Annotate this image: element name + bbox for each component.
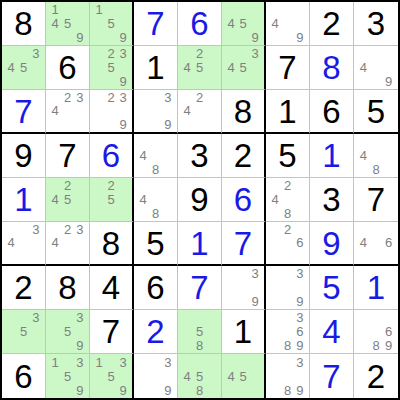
candidates: 1359 xyxy=(46,354,89,398)
candidates: 39 xyxy=(222,266,264,309)
cell-r4c6[interactable]: 2 xyxy=(222,134,266,178)
candidate-9 xyxy=(206,383,218,397)
candidate-9 xyxy=(382,250,395,263)
candidate-5: 5 xyxy=(237,369,249,383)
candidate-5: 5 xyxy=(193,61,205,75)
candidate-4 xyxy=(269,236,281,249)
candidate-4: 4 xyxy=(181,104,193,117)
candidate-9: 9 xyxy=(249,294,261,308)
candidate-5: 5 xyxy=(17,61,29,75)
cell-r5c8[interactable]: 3 xyxy=(310,178,354,222)
candidate-5 xyxy=(370,325,383,339)
cell-r3c2[interactable]: 234 xyxy=(46,90,90,134)
cell-r6c5[interactable]: 1 xyxy=(178,222,222,266)
candidate-7 xyxy=(5,250,17,263)
candidate-1 xyxy=(93,179,105,193)
candidate-4 xyxy=(269,281,281,295)
candidate-9: 9 xyxy=(294,383,306,397)
candidate-8 xyxy=(193,118,205,131)
candidate-5 xyxy=(281,17,293,31)
candidate-9: 9 xyxy=(294,294,306,308)
candidate-1 xyxy=(5,311,17,325)
candidate-4 xyxy=(137,369,149,383)
candidate-8 xyxy=(237,383,249,397)
candidate-2: 2 xyxy=(281,179,293,193)
given-digit: 7 xyxy=(58,139,76,172)
candidate-9: 9 xyxy=(74,30,86,44)
candidate-6 xyxy=(74,236,86,249)
solved-digit: 7 xyxy=(322,360,340,393)
candidate-1 xyxy=(49,179,61,193)
candidate-9: 9 xyxy=(162,383,174,397)
cell-r8c9[interactable]: 689 xyxy=(354,310,398,354)
candidate-1 xyxy=(269,267,281,281)
solved-digit: 7 xyxy=(234,227,252,260)
candidate-8 xyxy=(17,250,29,263)
candidate-3: 3 xyxy=(74,91,86,104)
candidate-3 xyxy=(294,223,306,236)
candidate-4 xyxy=(181,325,193,339)
candidate-2: 2 xyxy=(193,91,205,104)
candidate-1: 1 xyxy=(93,3,105,17)
candidate-7 xyxy=(137,206,149,220)
candidate-4: 4 xyxy=(225,17,237,31)
cell-r4c8[interactable]: 1 xyxy=(310,134,354,178)
candidate-7 xyxy=(269,30,281,44)
cell-r8c5[interactable]: 58 xyxy=(178,310,222,354)
candidate-5: 5 xyxy=(61,193,73,207)
candidates: 458 xyxy=(178,354,221,398)
cell-r6c6[interactable]: 7 xyxy=(222,222,266,266)
cell-r1c1[interactable]: 8 xyxy=(2,2,46,46)
cell-r2c8[interactable]: 8 xyxy=(310,46,354,90)
candidate-9 xyxy=(382,162,395,176)
given-digit: 3 xyxy=(190,139,208,172)
candidate-7 xyxy=(93,383,105,397)
candidate-7 xyxy=(225,294,237,308)
solved-digit: 1 xyxy=(14,183,32,216)
candidates: 45 xyxy=(222,354,264,398)
candidate-8 xyxy=(149,118,161,131)
cell-r2c2[interactable]: 6 xyxy=(46,46,90,90)
candidate-9: 9 xyxy=(294,338,306,352)
candidate-6 xyxy=(30,236,42,249)
candidate-8 xyxy=(17,338,29,352)
candidate-8 xyxy=(281,250,293,263)
candidate-4 xyxy=(93,104,105,117)
candidate-4: 4 xyxy=(137,193,149,207)
candidate-3 xyxy=(382,223,395,236)
given-digit: 5 xyxy=(367,95,385,128)
candidate-6 xyxy=(206,369,218,383)
candidate-3: 3 xyxy=(30,311,42,325)
candidate-9: 9 xyxy=(382,74,395,88)
candidate-5 xyxy=(61,236,73,249)
candidate-1: 1 xyxy=(93,355,105,369)
candidate-3 xyxy=(74,179,86,193)
cell-r1c8[interactable]: 2 xyxy=(310,2,354,46)
candidates: 2359 xyxy=(90,46,132,89)
candidate-7 xyxy=(93,118,105,131)
candidate-6 xyxy=(117,104,129,117)
cell-r8c3[interactable]: 7 xyxy=(90,310,134,354)
cell-r9c1[interactable]: 6 xyxy=(2,354,46,398)
candidate-9: 9 xyxy=(249,30,261,44)
candidate-3 xyxy=(206,47,218,61)
candidate-4 xyxy=(5,325,17,339)
cell-r7c6[interactable]: 39 xyxy=(222,266,266,310)
candidate-2: 2 xyxy=(61,179,73,193)
candidate-4: 4 xyxy=(357,61,370,75)
candidate-4 xyxy=(93,193,105,207)
candidate-7 xyxy=(269,294,281,308)
cell-r8c8[interactable]: 4 xyxy=(310,310,354,354)
candidate-3 xyxy=(162,135,174,149)
candidate-9: 9 xyxy=(117,74,129,88)
cell-r5c4[interactable]: 48 xyxy=(134,178,178,222)
cell-r4c7[interactable]: 5 xyxy=(266,134,310,178)
cell-r4c5[interactable]: 3 xyxy=(178,134,222,178)
candidates: 1359 xyxy=(90,354,132,398)
candidate-2: 2 xyxy=(61,223,73,236)
cell-r7c7[interactable]: 39 xyxy=(266,266,310,310)
solved-digit: 7 xyxy=(146,7,164,40)
given-digit: 6 xyxy=(322,95,340,128)
candidate-7 xyxy=(225,383,237,397)
cell-r9c9[interactable]: 2 xyxy=(354,354,398,398)
candidate-8 xyxy=(105,30,117,44)
candidate-5 xyxy=(281,369,293,383)
cell-r2c7[interactable]: 7 xyxy=(266,46,310,90)
candidate-7 xyxy=(181,74,193,88)
cell-r1c4[interactable]: 7 xyxy=(134,2,178,46)
candidate-1 xyxy=(181,355,193,369)
cell-r7c5[interactable]: 7 xyxy=(178,266,222,310)
candidate-5 xyxy=(370,61,383,75)
cell-r4c1[interactable]: 9 xyxy=(2,134,46,178)
cell-r7c9[interactable]: 1 xyxy=(354,266,398,310)
cell-r6c2[interactable]: 234 xyxy=(46,222,90,266)
candidate-3: 3 xyxy=(74,223,86,236)
candidate-6: 6 xyxy=(382,236,395,249)
candidate-8 xyxy=(105,74,117,88)
candidates: 234 xyxy=(46,90,89,132)
candidate-1 xyxy=(225,355,237,369)
cell-r5c1[interactable]: 1 xyxy=(2,178,46,222)
cell-r5c9[interactable]: 7 xyxy=(354,178,398,222)
candidate-6 xyxy=(162,149,174,163)
solved-digit: 7 xyxy=(190,271,208,304)
cell-r4c4[interactable]: 48 xyxy=(134,134,178,178)
candidate-8: 8 xyxy=(193,383,205,397)
candidate-2: 2 xyxy=(281,223,293,236)
candidate-6 xyxy=(206,104,218,117)
candidate-7 xyxy=(49,118,61,131)
cell-r8c2[interactable]: 359 xyxy=(46,310,90,354)
candidate-5 xyxy=(370,149,383,163)
candidate-9 xyxy=(206,118,218,131)
candidate-7 xyxy=(181,118,193,131)
candidate-4: 4 xyxy=(357,236,370,249)
given-digit: 1 xyxy=(146,51,164,84)
solved-digit: 2 xyxy=(146,315,164,348)
cell-r3c5[interactable]: 24 xyxy=(178,90,222,134)
candidate-7 xyxy=(225,74,237,88)
cell-r6c4[interactable]: 5 xyxy=(134,222,178,266)
candidate-1 xyxy=(5,223,17,236)
candidate-7 xyxy=(137,383,149,397)
candidate-3 xyxy=(382,135,395,149)
cell-r7c1[interactable]: 2 xyxy=(2,266,46,310)
candidate-6 xyxy=(249,61,261,75)
candidate-5: 5 xyxy=(105,369,117,383)
cell-r8c7[interactable]: 3689 xyxy=(266,310,310,354)
candidate-5: 5 xyxy=(105,193,117,207)
candidate-4: 4 xyxy=(5,236,17,249)
candidate-9 xyxy=(30,74,42,88)
cell-r6c1[interactable]: 34 xyxy=(2,222,46,266)
solved-digit: 6 xyxy=(102,139,120,172)
cell-r9c4[interactable]: 39 xyxy=(134,354,178,398)
candidate-6 xyxy=(117,369,129,383)
candidate-2 xyxy=(105,3,117,17)
candidate-5 xyxy=(193,104,205,117)
candidate-7 xyxy=(5,74,17,88)
candidates: 46 xyxy=(354,222,398,264)
candidate-8 xyxy=(61,30,73,44)
candidate-2: 2 xyxy=(61,91,73,104)
candidate-3 xyxy=(162,179,174,193)
cell-r7c8[interactable]: 5 xyxy=(310,266,354,310)
candidate-9 xyxy=(30,338,42,352)
candidates: 48 xyxy=(134,178,177,221)
candidate-3: 3 xyxy=(294,267,306,281)
candidate-4 xyxy=(93,17,105,31)
cell-r1c5[interactable]: 6 xyxy=(178,2,222,46)
candidate-5 xyxy=(149,149,161,163)
candidates: 239 xyxy=(90,90,132,132)
cell-r3c9[interactable]: 5 xyxy=(354,90,398,134)
cell-r4c2[interactable]: 7 xyxy=(46,134,90,178)
cell-r8c6[interactable]: 1 xyxy=(222,310,266,354)
candidate-2 xyxy=(105,355,117,369)
candidate-2 xyxy=(193,355,205,369)
cell-r1c7[interactable]: 49 xyxy=(266,2,310,46)
candidate-8: 8 xyxy=(370,338,383,352)
candidate-4 xyxy=(269,325,281,339)
cell-r8c1[interactable]: 35 xyxy=(2,310,46,354)
candidate-5: 5 xyxy=(61,325,73,339)
cell-r5c7[interactable]: 248 xyxy=(266,178,310,222)
cell-r9c3[interactable]: 1359 xyxy=(90,354,134,398)
candidate-9: 9 xyxy=(74,383,86,397)
cell-r1c2[interactable]: 1459 xyxy=(46,2,90,46)
candidate-6 xyxy=(117,193,129,207)
candidates: 245 xyxy=(46,178,89,221)
candidate-3 xyxy=(206,311,218,325)
cell-r1c3[interactable]: 159 xyxy=(90,2,134,46)
candidate-7 xyxy=(137,162,149,176)
given-digit: 2 xyxy=(322,7,340,40)
given-digit: 6 xyxy=(14,360,32,393)
given-digit: 3 xyxy=(367,7,385,40)
cell-r2c3[interactable]: 2359 xyxy=(90,46,134,90)
candidate-2 xyxy=(281,267,293,281)
candidate-4: 4 xyxy=(225,61,237,75)
cell-r5c2[interactable]: 245 xyxy=(46,178,90,222)
candidate-1 xyxy=(181,91,193,104)
cell-r9c8[interactable]: 7 xyxy=(310,354,354,398)
candidate-4: 4 xyxy=(357,149,370,163)
cell-r3c1[interactable]: 7 xyxy=(2,90,46,134)
cell-r6c3[interactable]: 8 xyxy=(90,222,134,266)
candidates: 34 xyxy=(2,222,45,264)
cell-r9c2[interactable]: 1359 xyxy=(46,354,90,398)
candidate-2 xyxy=(370,135,383,149)
candidate-7 xyxy=(5,338,17,352)
cell-r2c5[interactable]: 245 xyxy=(178,46,222,90)
cell-r2c6[interactable]: 345 xyxy=(222,46,266,90)
candidate-1 xyxy=(269,179,281,193)
cell-r4c3[interactable]: 6 xyxy=(90,134,134,178)
cell-r2c9[interactable]: 49 xyxy=(354,46,398,90)
cell-r6c9[interactable]: 46 xyxy=(354,222,398,266)
candidate-3: 3 xyxy=(249,267,261,281)
candidate-9 xyxy=(249,74,261,88)
candidates: 389 xyxy=(266,354,309,398)
candidate-6 xyxy=(294,369,306,383)
solved-digit: 1 xyxy=(190,227,208,260)
cell-r7c3[interactable]: 4 xyxy=(90,266,134,310)
candidate-7 xyxy=(137,118,149,131)
candidate-7 xyxy=(269,250,281,263)
candidate-9 xyxy=(74,206,86,220)
candidate-5 xyxy=(281,236,293,249)
candidate-8: 8 xyxy=(149,206,161,220)
given-digit: 1 xyxy=(234,315,252,348)
candidate-3 xyxy=(206,355,218,369)
candidate-6 xyxy=(294,193,306,207)
candidate-8 xyxy=(105,118,117,131)
candidate-3: 3 xyxy=(294,355,306,369)
cell-r5c6[interactable]: 6 xyxy=(222,178,266,222)
candidate-5 xyxy=(281,325,293,339)
cell-r9c6[interactable]: 45 xyxy=(222,354,266,398)
candidate-3: 3 xyxy=(162,91,174,104)
cell-r5c3[interactable]: 25 xyxy=(90,178,134,222)
candidate-8 xyxy=(105,206,117,220)
cell-r9c5[interactable]: 458 xyxy=(178,354,222,398)
candidate-5 xyxy=(105,104,117,117)
candidate-9 xyxy=(249,383,261,397)
candidate-4: 4 xyxy=(49,104,61,117)
candidate-1 xyxy=(269,3,281,17)
candidate-1 xyxy=(5,47,17,61)
candidate-3: 3 xyxy=(117,47,129,61)
candidate-7 xyxy=(49,338,61,352)
given-digit: 8 xyxy=(234,95,252,128)
candidate-4 xyxy=(93,369,105,383)
candidate-5 xyxy=(149,193,161,207)
solved-digit: 7 xyxy=(14,95,32,128)
given-digit: 8 xyxy=(58,271,76,304)
candidate-9 xyxy=(206,74,218,88)
candidate-9: 9 xyxy=(74,338,86,352)
candidate-5: 5 xyxy=(61,369,73,383)
candidate-2 xyxy=(17,47,29,61)
candidate-6: 6 xyxy=(294,325,306,339)
candidate-2 xyxy=(237,47,249,61)
cell-r3c6[interactable]: 8 xyxy=(222,90,266,134)
candidate-6 xyxy=(206,61,218,75)
candidate-6 xyxy=(206,325,218,339)
candidate-8 xyxy=(237,74,249,88)
solved-digit: 1 xyxy=(322,139,340,172)
candidate-7 xyxy=(49,383,61,397)
candidate-1 xyxy=(225,267,237,281)
cell-r5c5[interactable]: 9 xyxy=(178,178,222,222)
candidates: 39 xyxy=(266,266,309,309)
candidates: 58 xyxy=(178,310,221,353)
candidate-1 xyxy=(49,223,61,236)
candidate-2 xyxy=(281,3,293,17)
candidate-5 xyxy=(281,281,293,295)
candidate-1 xyxy=(269,223,281,236)
candidate-4: 4 xyxy=(137,149,149,163)
candidate-3 xyxy=(382,311,395,325)
cell-r4c9[interactable]: 48 xyxy=(354,134,398,178)
candidates: 48 xyxy=(134,134,177,177)
cell-r2c1[interactable]: 345 xyxy=(2,46,46,90)
cell-r1c9[interactable]: 3 xyxy=(354,2,398,46)
cell-r3c8[interactable]: 6 xyxy=(310,90,354,134)
cell-r1c6[interactable]: 459 xyxy=(222,2,266,46)
candidate-8 xyxy=(61,250,73,263)
cell-r2c4[interactable]: 1 xyxy=(134,46,178,90)
candidate-7 xyxy=(49,30,61,44)
candidate-3: 3 xyxy=(74,355,86,369)
candidate-1 xyxy=(137,179,149,193)
cell-r7c2[interactable]: 8 xyxy=(46,266,90,310)
candidate-1: 1 xyxy=(49,3,61,17)
candidate-1: 1 xyxy=(49,355,61,369)
cell-r3c3[interactable]: 239 xyxy=(90,90,134,134)
candidate-4: 4 xyxy=(181,369,193,383)
candidate-8 xyxy=(17,74,29,88)
candidate-5 xyxy=(281,193,293,207)
cell-r3c7[interactable]: 1 xyxy=(266,90,310,134)
candidate-8: 8 xyxy=(281,206,293,220)
solved-digit: 1 xyxy=(367,271,385,304)
candidate-3: 3 xyxy=(162,355,174,369)
candidate-5 xyxy=(17,236,29,249)
candidate-7 xyxy=(49,206,61,220)
given-digit: 8 xyxy=(14,7,32,40)
cell-r7c4[interactable]: 6 xyxy=(134,266,178,310)
cell-r6c8[interactable]: 9 xyxy=(310,222,354,266)
candidates: 49 xyxy=(354,46,398,89)
cell-r9c7[interactable]: 389 xyxy=(266,354,310,398)
cell-r8c4[interactable]: 2 xyxy=(134,310,178,354)
candidate-7 xyxy=(225,30,237,44)
candidate-9: 9 xyxy=(294,30,306,44)
cell-r6c7[interactable]: 26 xyxy=(266,222,310,266)
candidates: 248 xyxy=(266,178,309,221)
candidate-5: 5 xyxy=(105,61,117,75)
cell-r3c4[interactable]: 39 xyxy=(134,90,178,134)
solved-digit: 9 xyxy=(322,227,340,260)
candidate-2 xyxy=(149,355,161,369)
